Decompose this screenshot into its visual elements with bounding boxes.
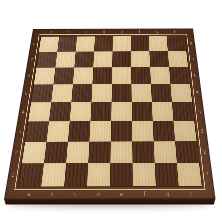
square-g5[interactable] — [151, 84, 172, 102]
coord-label-e: e — [113, 30, 131, 33]
square-a7[interactable] — [36, 52, 57, 68]
coord-label-4: 4 — [21, 110, 25, 114]
square-d5[interactable] — [91, 84, 111, 102]
square-f2[interactable] — [132, 141, 154, 163]
coord-label-1: 1 — [11, 172, 15, 177]
square-b6[interactable] — [53, 67, 74, 84]
square-e5[interactable] — [112, 84, 132, 102]
coord-label-d: d — [95, 30, 113, 33]
square-e2[interactable] — [110, 141, 132, 163]
square-e7[interactable] — [112, 51, 131, 67]
chess-board: abcdefgh abcdefgh 87654321 87654321 — [4, 29, 215, 200]
square-d2[interactable] — [88, 142, 111, 164]
square-d1[interactable] — [87, 163, 110, 186]
square-h2[interactable] — [175, 141, 199, 163]
square-c5[interactable] — [71, 84, 92, 102]
square-e6[interactable] — [112, 67, 132, 84]
square-e1[interactable] — [110, 163, 133, 186]
square-e4[interactable] — [111, 102, 132, 121]
square-a6[interactable] — [34, 68, 56, 85]
coord-label-c: c — [63, 191, 87, 197]
coord-label-c: c — [77, 30, 95, 33]
square-c3[interactable] — [68, 121, 90, 141]
square-e3[interactable] — [111, 121, 132, 141]
coord-label-b: b — [59, 30, 77, 33]
square-h5[interactable] — [170, 84, 192, 102]
square-f5[interactable] — [131, 84, 151, 102]
square-a3[interactable] — [25, 121, 49, 141]
square-b4[interactable] — [49, 102, 71, 121]
coord-label-5: 5 — [196, 91, 199, 95]
coord-label-7: 7 — [30, 58, 33, 62]
square-d7[interactable] — [93, 51, 112, 67]
square-b3[interactable] — [47, 121, 70, 141]
square-b2[interactable] — [44, 142, 68, 164]
square-g1[interactable] — [155, 163, 179, 186]
file-labels-bottom: abcdefgh — [16, 190, 203, 199]
coord-label-8: 8 — [190, 42, 193, 45]
square-b1[interactable] — [41, 163, 66, 186]
square-d3[interactable] — [89, 121, 111, 141]
coord-label-1: 1 — [206, 172, 210, 177]
square-c6[interactable] — [73, 67, 93, 84]
coord-label-a: a — [42, 30, 60, 33]
coord-label-f: f — [133, 191, 156, 197]
square-h7[interactable] — [168, 51, 188, 67]
coord-label-8: 8 — [33, 42, 36, 45]
square-d6[interactable] — [92, 67, 112, 84]
square-f1[interactable] — [133, 163, 156, 186]
square-g2[interactable] — [154, 141, 177, 163]
coord-label-2: 2 — [15, 150, 19, 155]
square-c1[interactable] — [64, 163, 88, 186]
coord-label-f: f — [131, 30, 149, 33]
square-d4[interactable] — [90, 102, 111, 121]
coord-label-7: 7 — [192, 57, 195, 61]
coord-label-4: 4 — [198, 109, 201, 113]
coord-label-d: d — [86, 191, 109, 197]
square-c8[interactable] — [76, 36, 95, 51]
square-h6[interactable] — [169, 67, 190, 84]
square-g3[interactable] — [153, 121, 175, 141]
square-b7[interactable] — [55, 52, 75, 68]
square-a2[interactable] — [22, 142, 47, 164]
square-f7[interactable] — [131, 51, 150, 67]
square-g4[interactable] — [152, 102, 174, 121]
square-f3[interactable] — [132, 121, 154, 141]
square-d8[interactable] — [94, 36, 113, 51]
photo-background: abcdefgh abcdefgh 87654321 87654321 — [0, 0, 222, 222]
coord-label-2: 2 — [203, 149, 207, 154]
coord-label-g: g — [148, 30, 166, 33]
square-g8[interactable] — [149, 36, 168, 51]
coord-label-6: 6 — [194, 74, 197, 78]
square-g6[interactable] — [150, 67, 170, 84]
square-f6[interactable] — [131, 67, 151, 84]
coord-label-5: 5 — [24, 91, 28, 95]
coord-label-b: b — [40, 191, 64, 197]
square-h4[interactable] — [172, 102, 194, 121]
coord-label-e: e — [110, 191, 133, 197]
square-g7[interactable] — [149, 51, 169, 67]
square-a1[interactable] — [18, 163, 44, 186]
playing-field — [18, 36, 201, 186]
square-f4[interactable] — [132, 102, 153, 121]
square-f8[interactable] — [131, 36, 150, 51]
file-labels-top: abcdefgh — [41, 29, 184, 34]
square-c4[interactable] — [70, 102, 92, 121]
square-b5[interactable] — [51, 84, 73, 102]
square-h1[interactable] — [177, 163, 202, 186]
coord-label-h: h — [166, 30, 184, 33]
square-b8[interactable] — [57, 36, 77, 51]
square-h3[interactable] — [173, 121, 196, 141]
square-a4[interactable] — [28, 102, 51, 121]
coord-label-6: 6 — [27, 74, 30, 78]
square-e8[interactable] — [113, 36, 131, 51]
coord-label-3: 3 — [18, 129, 22, 134]
coord-label-g: g — [156, 191, 180, 197]
square-h8[interactable] — [167, 36, 187, 51]
square-c7[interactable] — [74, 52, 94, 68]
coord-label-h: h — [179, 191, 203, 197]
coord-label-3: 3 — [200, 129, 204, 134]
square-a8[interactable] — [39, 37, 59, 52]
coord-label-a: a — [17, 192, 41, 198]
square-c2[interactable] — [66, 142, 89, 164]
square-a5[interactable] — [31, 84, 53, 102]
